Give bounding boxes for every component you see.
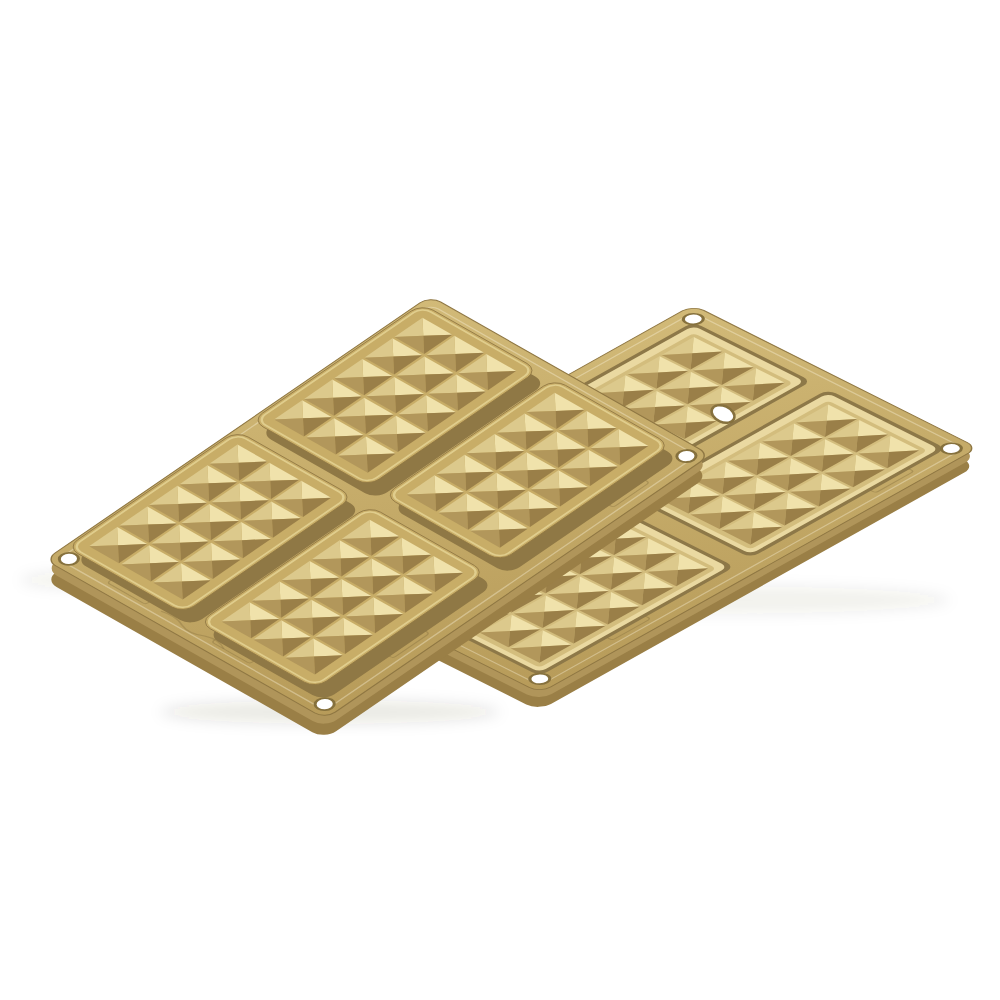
product-photo-stage [0,0,1000,1000]
waffle-mold-photo [0,0,1000,1000]
